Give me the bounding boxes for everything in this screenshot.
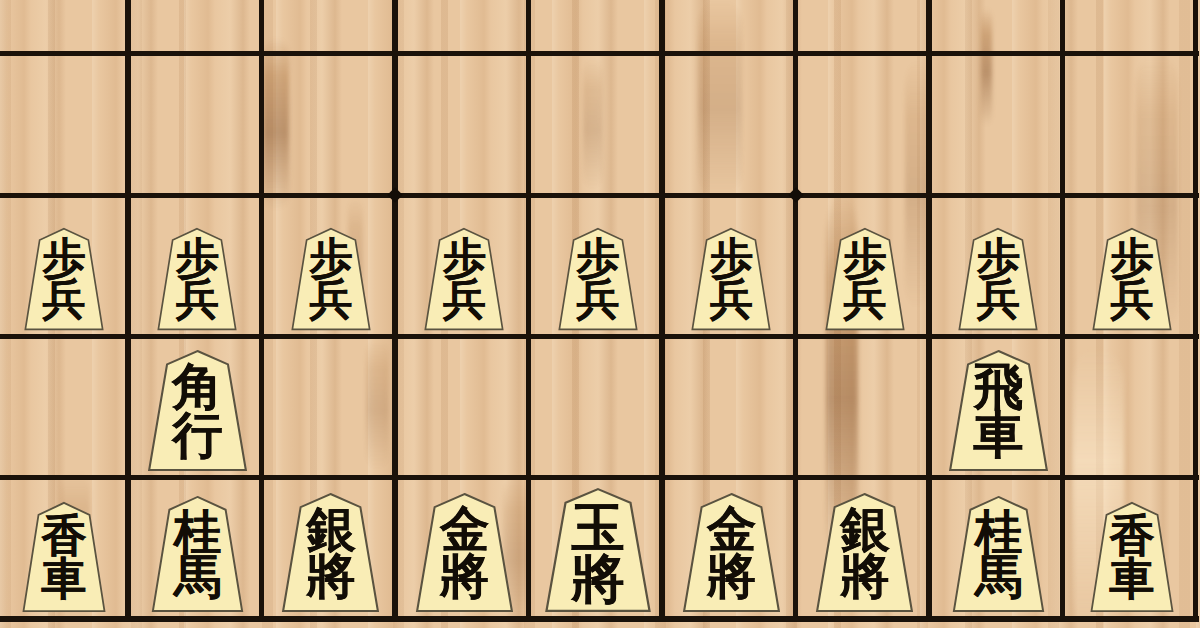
piece-kanji: 銀將 <box>279 507 382 601</box>
kanji-top: 桂 <box>975 508 1022 555</box>
kanji-bottom: 兵 <box>843 278 886 321</box>
kanji-bottom: 兵 <box>977 278 1020 321</box>
piece-kanji: 歩兵 <box>556 239 640 321</box>
board-cell[interactable] <box>665 56 799 197</box>
kanji-bottom: 將 <box>440 552 489 601</box>
piece-pawn[interactable]: 歩兵 <box>956 227 1040 331</box>
board-cell[interactable]: 桂馬 <box>932 480 1066 621</box>
board-cell[interactable] <box>398 339 532 480</box>
kanji-bottom: 兵 <box>443 278 486 321</box>
piece-kanji: 桂馬 <box>950 510 1047 600</box>
board-cell[interactable] <box>0 0 131 56</box>
board-cell[interactable]: 金將 <box>665 480 799 621</box>
board-cell[interactable]: 歩兵 <box>0 198 131 339</box>
piece-lance[interactable]: 香車 <box>20 501 108 613</box>
kanji-top: 玉 <box>571 501 624 554</box>
piece-kanji: 歩兵 <box>689 239 773 321</box>
board-cell[interactable]: 玉將 <box>531 480 665 621</box>
piece-kanji: 金將 <box>680 507 783 601</box>
piece-pawn[interactable]: 歩兵 <box>289 227 373 331</box>
piece-lance[interactable]: 香車 <box>1088 501 1176 613</box>
board-cell[interactable]: 飛車 <box>932 339 1066 480</box>
piece-pawn[interactable]: 歩兵 <box>823 227 907 331</box>
piece-kanji: 角行 <box>145 364 250 460</box>
board-cell[interactable]: 金將 <box>398 480 532 621</box>
piece-knight[interactable]: 桂馬 <box>149 495 246 613</box>
kanji-bottom: 將 <box>571 552 624 605</box>
piece-pawn[interactable]: 歩兵 <box>22 227 106 331</box>
piece-kanji: 飛車 <box>946 364 1051 460</box>
board-cell[interactable] <box>798 339 932 480</box>
board-cell[interactable]: 銀將 <box>264 480 398 621</box>
piece-king[interactable]: 玉將 <box>542 487 654 613</box>
board-cell[interactable]: 歩兵 <box>798 198 932 339</box>
board-cell[interactable] <box>531 56 665 197</box>
piece-kanji: 桂馬 <box>149 510 246 600</box>
board-cell[interactable]: 歩兵 <box>264 198 398 339</box>
kanji-bottom: 車 <box>41 556 86 601</box>
piece-kanji: 歩兵 <box>22 239 106 321</box>
kanji-bottom: 車 <box>973 410 1023 460</box>
board-cell[interactable]: 歩兵 <box>131 198 265 339</box>
piece-gold[interactable]: 金將 <box>680 492 783 613</box>
piece-pawn[interactable]: 歩兵 <box>1090 227 1174 331</box>
board-cell[interactable]: 歩兵 <box>665 198 799 339</box>
kanji-bottom: 將 <box>840 552 889 601</box>
board-cell[interactable] <box>398 0 532 56</box>
piece-knight[interactable]: 桂馬 <box>950 495 1047 613</box>
piece-gold[interactable]: 金將 <box>413 492 516 613</box>
piece-kanji: 銀將 <box>813 507 916 601</box>
board-cell[interactable] <box>531 0 665 56</box>
piece-silver[interactable]: 銀將 <box>279 492 382 613</box>
board-cell[interactable] <box>131 0 265 56</box>
board-grid: 歩兵歩兵歩兵歩兵歩兵歩兵歩兵歩兵歩兵角行飛車香車桂馬銀將金將玉將金將銀將桂馬香車 <box>0 0 1199 621</box>
board-cell[interactable] <box>932 0 1066 56</box>
board-cell[interactable] <box>0 56 131 197</box>
piece-kanji: 香車 <box>1088 515 1176 601</box>
board-cell[interactable] <box>264 56 398 197</box>
shogi-board: 歩兵歩兵歩兵歩兵歩兵歩兵歩兵歩兵歩兵角行飛車香車桂馬銀將金將玉將金將銀將桂馬香車 <box>0 0 1199 622</box>
kanji-bottom: 兵 <box>176 278 219 321</box>
board-cell[interactable]: 銀將 <box>798 480 932 621</box>
board-cell[interactable] <box>1065 0 1199 56</box>
board-cell[interactable] <box>1065 339 1199 480</box>
board-cell[interactable] <box>932 56 1066 197</box>
kanji-bottom: 兵 <box>1110 278 1153 321</box>
kanji-bottom: 將 <box>707 552 756 601</box>
piece-kanji: 玉將 <box>542 503 654 605</box>
board-cell[interactable] <box>665 339 799 480</box>
board-cell[interactable]: 角行 <box>131 339 265 480</box>
board-cell[interactable]: 香車 <box>0 480 131 621</box>
board-cell[interactable] <box>131 56 265 197</box>
board-cell[interactable]: 歩兵 <box>531 198 665 339</box>
board-cell[interactable] <box>264 0 398 56</box>
piece-pawn[interactable]: 歩兵 <box>556 227 640 331</box>
board-cell[interactable] <box>1065 56 1199 197</box>
board-cell[interactable]: 桂馬 <box>131 480 265 621</box>
kanji-top: 桂 <box>174 508 221 555</box>
kanji-bottom: 兵 <box>309 278 352 321</box>
board-cell[interactable] <box>531 339 665 480</box>
kanji-bottom: 馬 <box>975 553 1022 600</box>
board-cell[interactable] <box>798 0 932 56</box>
piece-kanji: 歩兵 <box>1090 239 1174 321</box>
piece-pawn[interactable]: 歩兵 <box>689 227 773 331</box>
board-cell[interactable] <box>398 56 532 197</box>
board-cell[interactable]: 歩兵 <box>1065 198 1199 339</box>
kanji-bottom: 兵 <box>710 278 753 321</box>
piece-pawn[interactable]: 歩兵 <box>155 227 239 331</box>
kanji-bottom: 兵 <box>576 278 619 321</box>
kanji-bottom: 將 <box>306 552 355 601</box>
piece-pawn[interactable]: 歩兵 <box>422 227 506 331</box>
piece-kanji: 香車 <box>20 515 108 601</box>
kanji-bottom: 馬 <box>174 553 221 600</box>
kanji-bottom: 車 <box>1109 556 1154 601</box>
board-cell[interactable] <box>665 0 799 56</box>
board-cell[interactable]: 歩兵 <box>398 198 532 339</box>
piece-kanji: 歩兵 <box>956 239 1040 321</box>
board-cell[interactable] <box>0 339 131 480</box>
board-cell[interactable] <box>264 339 398 480</box>
board-cell[interactable]: 歩兵 <box>932 198 1066 339</box>
board-cell[interactable]: 香車 <box>1065 480 1199 621</box>
shogi-screenshot: 歩兵歩兵歩兵歩兵歩兵歩兵歩兵歩兵歩兵角行飛車香車桂馬銀將金將玉將金將銀將桂馬香車 <box>0 0 1200 628</box>
kanji-bottom: 兵 <box>42 278 85 321</box>
piece-rook[interactable]: 飛車 <box>946 349 1051 472</box>
piece-kanji: 歩兵 <box>422 239 506 321</box>
piece-kanji: 歩兵 <box>155 239 239 321</box>
kanji-bottom: 行 <box>172 410 222 460</box>
board-cell[interactable] <box>798 56 932 197</box>
piece-kanji: 歩兵 <box>823 239 907 321</box>
piece-silver[interactable]: 銀將 <box>813 492 916 613</box>
piece-bishop[interactable]: 角行 <box>145 349 250 472</box>
piece-kanji: 歩兵 <box>289 239 373 321</box>
piece-kanji: 金將 <box>413 507 516 601</box>
